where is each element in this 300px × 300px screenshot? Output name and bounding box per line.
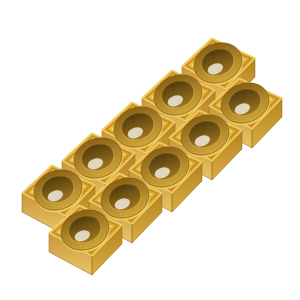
inserts-illustration [0, 0, 300, 300]
product-photo [0, 0, 300, 300]
